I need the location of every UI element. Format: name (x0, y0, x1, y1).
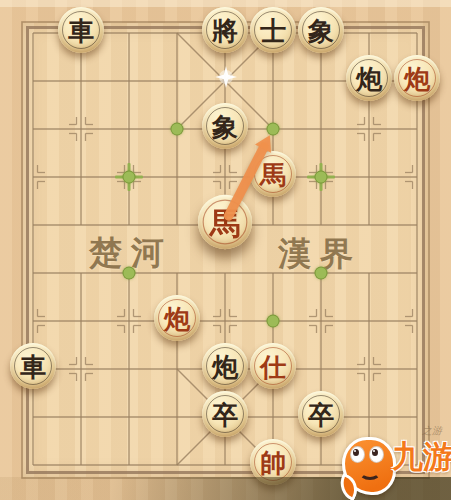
mascot-smile-icon (359, 464, 381, 480)
sparkle-effect (213, 64, 239, 94)
watermark-brand-text: 九游 (392, 441, 451, 472)
mascot-eye-icon (350, 446, 365, 463)
mascot-eye-icon (369, 446, 384, 463)
xiangqi-game-screen: 楚河 漢界 車將士象炮炮象馬馬炮車炮仕卒卒帥 之游 九游 (0, 0, 451, 500)
watermark-small-text: 之游 (422, 424, 442, 438)
brand-mascot-icon (342, 437, 396, 495)
watermark-logo: 之游 九游 (330, 426, 450, 496)
